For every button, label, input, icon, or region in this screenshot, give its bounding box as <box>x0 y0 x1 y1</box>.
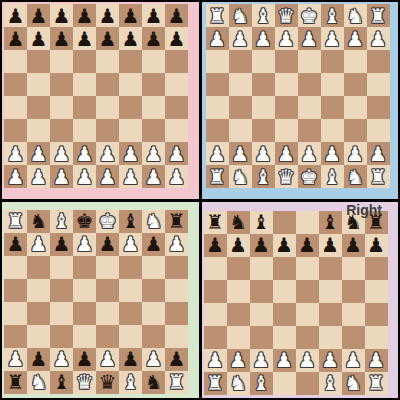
square-f3[interactable] <box>119 119 142 142</box>
square-h2[interactable]: ♟ <box>365 349 388 372</box>
square-e4[interactable] <box>96 302 119 325</box>
white-pawn-icon: ♟ <box>122 234 140 254</box>
square-c1[interactable]: ♝ <box>250 372 273 395</box>
square-d8[interactable]: ♛ <box>275 4 298 27</box>
square-c3[interactable] <box>252 119 275 142</box>
square-g1[interactable]: ♞ <box>342 372 365 395</box>
square-d8[interactable]: ♚ <box>73 210 96 233</box>
square-b2[interactable]: ♟ <box>229 142 252 165</box>
white-pawn-icon: ♟ <box>168 234 186 254</box>
square-e7[interactable]: ♟ <box>296 234 319 257</box>
square-d5[interactable] <box>275 73 298 96</box>
square-f6[interactable] <box>119 256 142 279</box>
square-h5[interactable] <box>367 73 390 96</box>
white-pawn-icon: ♟ <box>254 144 272 164</box>
square-b3[interactable] <box>27 325 50 348</box>
square-e2[interactable]: ♟ <box>96 142 119 165</box>
square-f1[interactable]: ♝ <box>319 372 342 395</box>
square-h5[interactable] <box>365 280 388 303</box>
square-a1[interactable]: ♜ <box>204 372 227 395</box>
square-f8[interactable]: ♝ <box>321 4 344 27</box>
square-b6[interactable] <box>27 256 50 279</box>
square-e7[interactable]: ♟ <box>298 27 321 50</box>
square-h1[interactable]: ♜ <box>367 165 390 188</box>
square-d6[interactable] <box>275 50 298 73</box>
square-h2[interactable]: ♟ <box>367 142 390 165</box>
white-pawn-icon: ♟ <box>323 144 341 164</box>
square-e1[interactable] <box>296 372 319 395</box>
white-pawn-icon: ♟ <box>206 350 224 370</box>
square-f4[interactable] <box>319 303 342 326</box>
white-pawn-icon: ♟ <box>168 167 186 187</box>
white-pawn-icon: ♟ <box>229 350 247 370</box>
square-b1[interactable]: ♞ <box>27 371 50 394</box>
white-pawn-icon: ♟ <box>53 167 71 187</box>
square-d7[interactable]: ♟ <box>73 233 96 256</box>
square-c4[interactable] <box>50 96 73 119</box>
square-g6[interactable] <box>342 257 365 280</box>
chess-board-bottom-right[interactable]: ♜♞♝♝♞♜♟♟♟♟♟♟♟♟♟♟♟♟♟♟♟♟♜♞♝♝♞♜ <box>204 211 388 395</box>
square-g4[interactable] <box>142 96 165 119</box>
square-g1[interactable]: ♞ <box>142 371 165 394</box>
square-h7[interactable]: ♟ <box>365 234 388 257</box>
square-f1[interactable]: ♝ <box>119 371 142 394</box>
white-king-icon: ♚ <box>300 6 318 26</box>
black-pawn-icon: ♟ <box>30 349 48 369</box>
square-a7[interactable]: ♟ <box>4 27 27 50</box>
square-a7[interactable]: ♟ <box>204 234 227 257</box>
square-c7[interactable]: ♟ <box>252 27 275 50</box>
square-h3[interactable] <box>165 119 188 142</box>
white-pawn-icon: ♟ <box>231 29 249 49</box>
square-f3[interactable] <box>319 326 342 349</box>
square-d7[interactable]: ♟ <box>273 234 296 257</box>
square-g3[interactable] <box>342 326 365 349</box>
square-b2[interactable]: ♟ <box>27 142 50 165</box>
white-knight-icon: ♞ <box>231 167 249 187</box>
square-b4[interactable] <box>229 96 252 119</box>
square-f6[interactable] <box>319 257 342 280</box>
square-f5[interactable] <box>319 280 342 303</box>
square-f4[interactable] <box>119 302 142 325</box>
white-rook-icon: ♜ <box>369 6 387 26</box>
square-h1[interactable]: ♜ <box>165 371 188 394</box>
square-b1[interactable]: ♟ <box>27 165 50 188</box>
square-b6[interactable] <box>227 257 250 280</box>
square-c1[interactable]: ♝ <box>50 371 73 394</box>
square-c7[interactable]: ♟ <box>50 233 73 256</box>
square-h1[interactable]: ♜ <box>365 372 388 395</box>
square-a4[interactable] <box>204 303 227 326</box>
square-f4[interactable] <box>321 96 344 119</box>
square-b6[interactable] <box>27 50 50 73</box>
white-bishop-icon: ♝ <box>321 373 339 393</box>
square-c2[interactable]: ♟ <box>250 349 273 372</box>
white-knight-icon: ♞ <box>346 167 364 187</box>
white-pawn-icon: ♟ <box>7 349 25 369</box>
square-f1[interactable]: ♟ <box>119 165 142 188</box>
square-f5[interactable] <box>321 73 344 96</box>
square-a1[interactable]: ♜ <box>4 371 27 394</box>
square-b8[interactable]: ♞ <box>229 4 252 27</box>
square-g2[interactable]: ♟ <box>142 142 165 165</box>
square-e2[interactable]: ♟ <box>298 142 321 165</box>
square-c8[interactable]: ♝ <box>252 4 275 27</box>
square-c1[interactable]: ♝ <box>252 165 275 188</box>
square-g4[interactable] <box>142 302 165 325</box>
square-a5[interactable] <box>206 73 229 96</box>
square-e8[interactable]: ♚ <box>298 4 321 27</box>
square-h6[interactable] <box>367 50 390 73</box>
square-e6[interactable] <box>298 50 321 73</box>
square-f3[interactable] <box>321 119 344 142</box>
square-h8[interactable]: ♜ <box>367 4 390 27</box>
square-f5[interactable] <box>119 279 142 302</box>
square-e3[interactable] <box>296 326 319 349</box>
square-e5[interactable] <box>298 73 321 96</box>
square-c8[interactable]: ♝ <box>50 210 73 233</box>
chess-board-top-right[interactable]: ♜♞♝♛♚♝♞♜♟♟♟♟♟♟♟♟♟♟♟♟♟♟♟♟♜♞♝♛♚♝♞♜ <box>206 4 390 188</box>
square-g7[interactable]: ♟ <box>142 233 165 256</box>
square-h8[interactable]: ♜ <box>165 210 188 233</box>
square-f3[interactable] <box>119 325 142 348</box>
white-knight-icon: ♞ <box>30 372 48 392</box>
square-a1[interactable]: ♜ <box>206 165 229 188</box>
square-b6[interactable] <box>229 50 252 73</box>
square-b5[interactable] <box>229 73 252 96</box>
square-e6[interactable] <box>96 50 119 73</box>
white-pawn-icon: ♟ <box>277 29 295 49</box>
square-f7[interactable]: ♟ <box>321 27 344 50</box>
square-c3[interactable] <box>250 326 273 349</box>
square-e1[interactable]: ♟ <box>96 165 119 188</box>
square-a6[interactable] <box>4 256 27 279</box>
square-h2[interactable]: ♟ <box>165 142 188 165</box>
square-d5[interactable] <box>73 279 96 302</box>
square-c4[interactable] <box>50 302 73 325</box>
white-pawn-icon: ♟ <box>208 144 226 164</box>
square-g5[interactable] <box>344 73 367 96</box>
square-h4[interactable] <box>365 303 388 326</box>
square-b4[interactable] <box>27 302 50 325</box>
square-g1[interactable]: ♞ <box>344 165 367 188</box>
square-h8[interactable]: ♟ <box>165 4 188 27</box>
square-e3[interactable] <box>298 119 321 142</box>
square-f6[interactable] <box>119 50 142 73</box>
square-e4[interactable] <box>298 96 321 119</box>
black-knight-icon: ♞ <box>145 372 163 392</box>
square-b5[interactable] <box>227 280 250 303</box>
square-a5[interactable] <box>204 280 227 303</box>
black-pawn-icon: ♟ <box>122 6 140 26</box>
square-g6[interactable] <box>142 256 165 279</box>
square-f2[interactable]: ♟ <box>319 349 342 372</box>
square-f4[interactable] <box>119 96 142 119</box>
white-pawn-icon: ♟ <box>254 29 272 49</box>
square-c3[interactable] <box>50 325 73 348</box>
square-a6[interactable] <box>204 257 227 280</box>
square-d4[interactable] <box>273 303 296 326</box>
square-b8[interactable]: ♟ <box>27 4 50 27</box>
square-e2[interactable]: ♟ <box>96 348 119 371</box>
square-d6[interactable] <box>73 50 96 73</box>
square-d5[interactable] <box>273 280 296 303</box>
white-knight-icon: ♞ <box>346 6 364 26</box>
square-d3[interactable] <box>273 326 296 349</box>
square-a2[interactable]: ♟ <box>4 142 27 165</box>
black-pawn-icon: ♟ <box>367 235 385 255</box>
square-d5[interactable] <box>73 73 96 96</box>
white-pawn-icon: ♟ <box>369 144 387 164</box>
white-queen-icon: ♛ <box>76 372 94 392</box>
square-d4[interactable] <box>275 96 298 119</box>
square-d2[interactable]: ♟ <box>273 349 296 372</box>
square-a2[interactable]: ♟ <box>204 349 227 372</box>
square-a8[interactable]: ♜ <box>204 211 227 234</box>
square-b8[interactable]: ♞ <box>27 210 50 233</box>
square-b7[interactable]: ♟ <box>27 233 50 256</box>
square-d6[interactable] <box>73 256 96 279</box>
square-b1[interactable]: ♞ <box>229 165 252 188</box>
square-c5[interactable] <box>252 73 275 96</box>
square-c6[interactable] <box>50 50 73 73</box>
white-pawn-icon: ♟ <box>30 144 48 164</box>
square-g1[interactable]: ♟ <box>142 165 165 188</box>
square-h4[interactable] <box>367 96 390 119</box>
square-h6[interactable] <box>165 50 188 73</box>
square-h6[interactable] <box>365 257 388 280</box>
square-a7[interactable]: ♟ <box>206 27 229 50</box>
square-c2[interactable]: ♟ <box>252 142 275 165</box>
white-rook-icon: ♜ <box>208 6 226 26</box>
square-d2[interactable]: ♟ <box>73 142 96 165</box>
square-c8[interactable]: ♝ <box>250 211 273 234</box>
square-a8[interactable]: ♜ <box>206 4 229 27</box>
square-a5[interactable] <box>4 279 27 302</box>
square-c2[interactable]: ♟ <box>50 142 73 165</box>
white-knight-icon: ♞ <box>229 373 247 393</box>
square-g4[interactable] <box>342 303 365 326</box>
square-c6[interactable] <box>250 257 273 280</box>
square-c5[interactable] <box>50 279 73 302</box>
square-d3[interactable] <box>73 119 96 142</box>
square-h5[interactable] <box>165 73 188 96</box>
square-f2[interactable]: ♟ <box>321 142 344 165</box>
square-a8[interactable]: ♜ <box>4 210 27 233</box>
square-d4[interactable] <box>73 96 96 119</box>
square-d3[interactable] <box>275 119 298 142</box>
square-e2[interactable]: ♟ <box>296 349 319 372</box>
square-a1[interactable]: ♟ <box>4 165 27 188</box>
square-a7[interactable]: ♟ <box>4 233 27 256</box>
square-a2[interactable]: ♟ <box>206 142 229 165</box>
square-c4[interactable] <box>250 303 273 326</box>
square-g3[interactable] <box>142 325 165 348</box>
square-f5[interactable] <box>119 73 142 96</box>
square-d8[interactable] <box>273 211 296 234</box>
square-d6[interactable] <box>273 257 296 280</box>
square-a4[interactable] <box>4 302 27 325</box>
square-h5[interactable] <box>165 279 188 302</box>
square-c6[interactable] <box>252 50 275 73</box>
square-b5[interactable] <box>27 279 50 302</box>
square-b1[interactable]: ♞ <box>227 372 250 395</box>
square-b7[interactable]: ♟ <box>227 234 250 257</box>
square-d1[interactable] <box>273 372 296 395</box>
square-h1[interactable]: ♟ <box>165 165 188 188</box>
square-f8[interactable]: ♝ <box>119 210 142 233</box>
square-a3[interactable] <box>204 326 227 349</box>
square-b4[interactable] <box>27 96 50 119</box>
square-c7[interactable]: ♟ <box>50 27 73 50</box>
square-g8[interactable]: ♟ <box>142 4 165 27</box>
chess-board-bottom-left[interactable]: ♜♞♝♚♚♝♞♜♟♟♟♟♟♟♟♟♟♟♟♟♟♟♟♟♜♞♝♛♛♝♞♜ <box>4 210 188 394</box>
square-e7[interactable]: ♟ <box>96 27 119 50</box>
square-f8[interactable]: ♝ <box>319 211 342 234</box>
square-a5[interactable] <box>4 73 27 96</box>
square-h2[interactable]: ♟ <box>165 348 188 371</box>
square-g6[interactable] <box>344 50 367 73</box>
square-a2[interactable]: ♟ <box>4 348 27 371</box>
square-e3[interactable] <box>96 325 119 348</box>
square-e5[interactable] <box>296 280 319 303</box>
square-b2[interactable]: ♟ <box>27 348 50 371</box>
square-e1[interactable]: ♚ <box>298 165 321 188</box>
square-g2[interactable]: ♟ <box>344 142 367 165</box>
square-e4[interactable] <box>96 96 119 119</box>
square-a8[interactable]: ♟ <box>4 4 27 27</box>
square-f2[interactable]: ♟ <box>119 142 142 165</box>
square-d2[interactable]: ♟ <box>73 348 96 371</box>
square-g2[interactable]: ♟ <box>342 349 365 372</box>
square-a3[interactable] <box>4 119 27 142</box>
square-f7[interactable]: ♟ <box>119 233 142 256</box>
square-c4[interactable] <box>252 96 275 119</box>
square-b8[interactable]: ♞ <box>227 211 250 234</box>
square-b7[interactable]: ♟ <box>229 27 252 50</box>
square-e6[interactable] <box>96 256 119 279</box>
square-e8[interactable] <box>296 211 319 234</box>
square-g4[interactable] <box>344 96 367 119</box>
square-d7[interactable]: ♟ <box>275 27 298 50</box>
square-g8[interactable]: ♞ <box>142 210 165 233</box>
square-a3[interactable] <box>4 325 27 348</box>
square-d8[interactable]: ♟ <box>73 4 96 27</box>
black-bishop-icon: ♝ <box>53 372 71 392</box>
square-c5[interactable] <box>250 280 273 303</box>
square-g7[interactable]: ♟ <box>344 27 367 50</box>
square-g3[interactable] <box>344 119 367 142</box>
square-e5[interactable] <box>96 73 119 96</box>
white-pawn-icon: ♟ <box>122 167 140 187</box>
black-pawn-icon: ♟ <box>298 235 316 255</box>
square-h7[interactable]: ♟ <box>165 233 188 256</box>
square-e3[interactable] <box>96 119 119 142</box>
white-pawn-icon: ♟ <box>99 144 117 164</box>
square-g8[interactable]: ♞ <box>344 4 367 27</box>
square-a6[interactable] <box>206 50 229 73</box>
square-g5[interactable] <box>142 73 165 96</box>
square-d3[interactable] <box>73 325 96 348</box>
square-f7[interactable]: ♟ <box>319 234 342 257</box>
square-d7[interactable]: ♟ <box>73 27 96 50</box>
square-b3[interactable] <box>27 119 50 142</box>
square-b3[interactable] <box>229 119 252 142</box>
square-h6[interactable] <box>165 256 188 279</box>
square-c3[interactable] <box>50 119 73 142</box>
square-g8[interactable]: ♞ <box>342 211 365 234</box>
square-c8[interactable]: ♟ <box>50 4 73 27</box>
white-pawn-icon: ♟ <box>344 350 362 370</box>
square-g7[interactable]: ♟ <box>342 234 365 257</box>
square-h7[interactable]: ♟ <box>367 27 390 50</box>
square-f6[interactable] <box>321 50 344 73</box>
square-h3[interactable] <box>165 325 188 348</box>
square-g7[interactable]: ♟ <box>142 27 165 50</box>
square-e5[interactable] <box>96 279 119 302</box>
square-e7[interactable]: ♟ <box>96 233 119 256</box>
square-h4[interactable] <box>165 302 188 325</box>
square-a4[interactable] <box>4 96 27 119</box>
square-g2[interactable]: ♟ <box>142 348 165 371</box>
square-c2[interactable]: ♟ <box>50 348 73 371</box>
square-f2[interactable]: ♟ <box>119 348 142 371</box>
square-b7[interactable]: ♟ <box>27 27 50 50</box>
square-h3[interactable] <box>367 119 390 142</box>
square-b5[interactable] <box>27 73 50 96</box>
square-g5[interactable] <box>342 280 365 303</box>
square-e6[interactable] <box>296 257 319 280</box>
black-pawn-icon: ♟ <box>145 234 163 254</box>
square-c6[interactable] <box>50 256 73 279</box>
square-e8[interactable]: ♟ <box>96 4 119 27</box>
white-rook-icon: ♜ <box>7 211 25 231</box>
chess-board-top-left[interactable]: ♟♟♟♟♟♟♟♟♟♟♟♟♟♟♟♟♟♟♟♟♟♟♟♟♟♟♟♟♟♟♟♟ <box>4 4 188 188</box>
square-f1[interactable]: ♝ <box>321 165 344 188</box>
square-h7[interactable]: ♟ <box>165 27 188 50</box>
square-h3[interactable] <box>365 326 388 349</box>
square-c7[interactable]: ♟ <box>250 234 273 257</box>
square-a4[interactable] <box>206 96 229 119</box>
square-d4[interactable] <box>73 302 96 325</box>
white-pawn-icon: ♟ <box>275 350 293 370</box>
square-b4[interactable] <box>227 303 250 326</box>
square-e1[interactable]: ♛ <box>96 371 119 394</box>
square-h4[interactable] <box>165 96 188 119</box>
square-f8[interactable]: ♟ <box>119 4 142 27</box>
square-g5[interactable] <box>142 279 165 302</box>
square-b3[interactable] <box>227 326 250 349</box>
square-g3[interactable] <box>142 119 165 142</box>
white-pawn-icon: ♟ <box>346 29 364 49</box>
square-e4[interactable] <box>296 303 319 326</box>
square-b2[interactable]: ♟ <box>227 349 250 372</box>
square-e8[interactable]: ♚ <box>96 210 119 233</box>
square-d1[interactable]: ♛ <box>73 371 96 394</box>
square-g6[interactable] <box>142 50 165 73</box>
white-rook-icon: ♜ <box>208 167 226 187</box>
square-a3[interactable] <box>206 119 229 142</box>
square-d1[interactable]: ♛ <box>275 165 298 188</box>
square-h8[interactable]: ♜ <box>365 211 388 234</box>
square-f7[interactable]: ♟ <box>119 27 142 50</box>
square-c5[interactable] <box>50 73 73 96</box>
square-d1[interactable]: ♟ <box>73 165 96 188</box>
square-c1[interactable]: ♟ <box>50 165 73 188</box>
black-pawn-icon: ♟ <box>206 235 224 255</box>
square-a6[interactable] <box>4 50 27 73</box>
square-d2[interactable]: ♟ <box>275 142 298 165</box>
